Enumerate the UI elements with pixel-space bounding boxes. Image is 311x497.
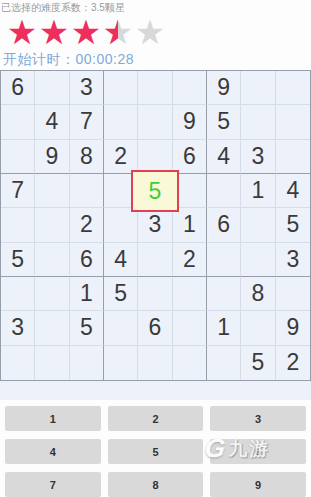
- cell-value: 3: [11, 314, 24, 341]
- cell-r2c7[interactable]: 5: [207, 105, 241, 139]
- cell-r8c2[interactable]: [35, 311, 69, 345]
- cell-value: 5: [114, 280, 127, 307]
- cell-value: 7: [11, 177, 24, 204]
- cell-value: 1: [252, 177, 265, 204]
- cell-value: 3: [252, 143, 265, 170]
- numpad-button-1[interactable]: 1: [5, 406, 101, 431]
- cell-r8c7[interactable]: 1: [207, 311, 241, 345]
- numpad-button-6[interactable]: 6: [210, 439, 306, 464]
- cell-r2c9[interactable]: [276, 105, 310, 139]
- cell-value: 5: [11, 246, 24, 273]
- cell-r3c7[interactable]: 4: [207, 140, 241, 174]
- cell-r1c9[interactable]: [276, 71, 310, 105]
- cell-r6c5[interactable]: [138, 243, 172, 277]
- star-empty-icon: ★: [134, 13, 166, 51]
- cell-r6c1[interactable]: 5: [1, 243, 35, 277]
- selected-cell-highlight: 5: [131, 170, 178, 212]
- numpad-button-9[interactable]: 9: [210, 472, 306, 497]
- cell-value: 4: [286, 177, 299, 204]
- star-rating: ★★★★★★: [6, 13, 166, 51]
- cell-value: 1: [80, 280, 93, 307]
- cell-value: 3: [80, 74, 93, 101]
- cell-value: 8: [80, 143, 93, 170]
- cell-value: 9: [286, 314, 299, 341]
- cell-r5c8[interactable]: [241, 208, 275, 242]
- cell-r3c8[interactable]: 3: [241, 140, 275, 174]
- cell-value: 3: [149, 211, 162, 238]
- cell-r2c5[interactable]: [138, 105, 172, 139]
- star-half-icon: ★★: [102, 13, 134, 51]
- cell-r7c5[interactable]: [138, 277, 172, 311]
- cell-value: 2: [286, 349, 299, 376]
- cell-r9c1[interactable]: [1, 346, 35, 380]
- cell-value: 1: [183, 211, 196, 238]
- cell-value: 1: [217, 314, 230, 341]
- cell-r7c7[interactable]: [207, 277, 241, 311]
- cell-r8c6[interactable]: [173, 311, 207, 345]
- cell-r6c9[interactable]: 3: [276, 243, 310, 277]
- cell-r9c7[interactable]: [207, 346, 241, 380]
- cell-r7c1[interactable]: [1, 277, 35, 311]
- cell-r7c3[interactable]: 1: [70, 277, 104, 311]
- cell-r1c5[interactable]: [138, 71, 172, 105]
- cell-r4c1[interactable]: 7: [1, 174, 35, 208]
- cell-r1c2[interactable]: [35, 71, 69, 105]
- cell-r7c4[interactable]: 5: [104, 277, 138, 311]
- cell-r2c3[interactable]: 7: [70, 105, 104, 139]
- cell-value: 2: [183, 246, 196, 273]
- cell-r7c9[interactable]: [276, 277, 310, 311]
- star-full-icon: ★: [6, 13, 38, 51]
- numpad-button-8[interactable]: 8: [108, 472, 204, 497]
- cell-r1c4[interactable]: [104, 71, 138, 105]
- selected-cell-value: 5: [149, 178, 162, 205]
- sudoku-app-screen: 已选择的难度系数：3.5颗星 ★★★★★★ 开始计时：00:00:28 6394…: [0, 0, 311, 497]
- cell-r7c2[interactable]: [35, 277, 69, 311]
- cell-r6c6[interactable]: 2: [173, 243, 207, 277]
- cell-r3c6[interactable]: 6: [173, 140, 207, 174]
- cell-r6c2[interactable]: [35, 243, 69, 277]
- cell-value: 4: [114, 246, 127, 273]
- cell-r1c1[interactable]: 6: [1, 71, 35, 105]
- star-full-icon: ★: [70, 13, 102, 51]
- cell-r7c6[interactable]: [173, 277, 207, 311]
- cell-r9c4[interactable]: [104, 346, 138, 380]
- cell-r9c5[interactable]: [138, 346, 172, 380]
- cell-r8c9[interactable]: 9: [276, 311, 310, 345]
- number-pad: 123456789: [5, 406, 306, 497]
- cell-value: 7: [80, 108, 93, 135]
- cell-r6c4[interactable]: 4: [104, 243, 138, 277]
- cell-r6c3[interactable]: 6: [70, 243, 104, 277]
- cell-r3c5[interactable]: [138, 140, 172, 174]
- cell-r8c5[interactable]: 6: [138, 311, 172, 345]
- cell-r4c7[interactable]: [207, 174, 241, 208]
- cell-r2c1[interactable]: [1, 105, 35, 139]
- cell-r5c3[interactable]: 2: [70, 208, 104, 242]
- cell-r9c9[interactable]: 2: [276, 346, 310, 380]
- cell-value: 2: [114, 143, 127, 170]
- star-full-icon: ★: [38, 13, 70, 51]
- cell-r5c6[interactable]: 1: [173, 208, 207, 242]
- numpad-button-4[interactable]: 4: [5, 439, 101, 464]
- cell-r5c9[interactable]: 5: [276, 208, 310, 242]
- cell-r5c7[interactable]: 6: [207, 208, 241, 242]
- cell-value: 6: [11, 74, 24, 101]
- cell-value: 5: [80, 314, 93, 341]
- cell-r1c3[interactable]: 3: [70, 71, 104, 105]
- cell-r5c2[interactable]: [35, 208, 69, 242]
- cell-r5c4[interactable]: [104, 208, 138, 242]
- numpad-button-7[interactable]: 7: [5, 472, 101, 497]
- numpad-button-5[interactable]: 5: [108, 439, 204, 464]
- cell-value: 9: [217, 74, 230, 101]
- cell-r4c9[interactable]: 4: [276, 174, 310, 208]
- cell-r8c8[interactable]: [241, 311, 275, 345]
- numpad-button-2[interactable]: 2: [108, 406, 204, 431]
- cell-r4c8[interactable]: 1: [241, 174, 275, 208]
- cell-value: 5: [286, 211, 299, 238]
- cell-r2c4[interactable]: [104, 105, 138, 139]
- cell-value: 8: [252, 280, 265, 307]
- cell-r3c2[interactable]: 9: [35, 140, 69, 174]
- cell-r3c3[interactable]: 8: [70, 140, 104, 174]
- cell-value: 2: [80, 211, 93, 238]
- cell-r2c2[interactable]: 4: [35, 105, 69, 139]
- cell-value: 6: [80, 246, 93, 273]
- cell-r3c9[interactable]: [276, 140, 310, 174]
- cell-r6c7[interactable]: [207, 243, 241, 277]
- cell-value: 4: [46, 108, 59, 135]
- cell-value: 9: [183, 108, 196, 135]
- cell-value: 4: [217, 143, 230, 170]
- cell-value: 9: [46, 143, 59, 170]
- cell-r6c8[interactable]: [241, 243, 275, 277]
- cell-r4c3[interactable]: [70, 174, 104, 208]
- cell-r2c6[interactable]: 9: [173, 105, 207, 139]
- cell-r4c5[interactable]: 5: [138, 174, 172, 208]
- cell-r1c6[interactable]: [173, 71, 207, 105]
- numpad-button-3[interactable]: 3: [210, 406, 306, 431]
- board-area: 6394795982643751423165564231583561952: [0, 70, 311, 400]
- cell-value: 3: [286, 246, 299, 273]
- cell-r8c4[interactable]: [104, 311, 138, 345]
- cell-r5c5[interactable]: 3: [138, 208, 172, 242]
- cell-r9c8[interactable]: 5: [241, 346, 275, 380]
- sudoku-grid: 6394795982643751423165564231583561952: [0, 70, 311, 381]
- cell-r9c2[interactable]: [35, 346, 69, 380]
- timer-text: 开始计时：00:00:28: [3, 51, 134, 69]
- cell-value: 6: [149, 314, 162, 341]
- cell-value: 6: [217, 211, 230, 238]
- cell-value: 6: [183, 143, 196, 170]
- cell-value: 5: [217, 108, 230, 135]
- cell-r7c8[interactable]: 8: [241, 277, 275, 311]
- cell-r8c1[interactable]: 3: [1, 311, 35, 345]
- cell-r2c8[interactable]: [241, 105, 275, 139]
- cell-r4c2[interactable]: [35, 174, 69, 208]
- cell-r8c3[interactable]: 5: [70, 311, 104, 345]
- cell-r1c8[interactable]: [241, 71, 275, 105]
- cell-value: 5: [252, 349, 265, 376]
- cell-r3c1[interactable]: [1, 140, 35, 174]
- cell-r3c4[interactable]: 2: [104, 140, 138, 174]
- cell-r9c6[interactable]: [173, 346, 207, 380]
- cell-r1c7[interactable]: 9: [207, 71, 241, 105]
- cell-r9c3[interactable]: [70, 346, 104, 380]
- cell-r5c1[interactable]: [1, 208, 35, 242]
